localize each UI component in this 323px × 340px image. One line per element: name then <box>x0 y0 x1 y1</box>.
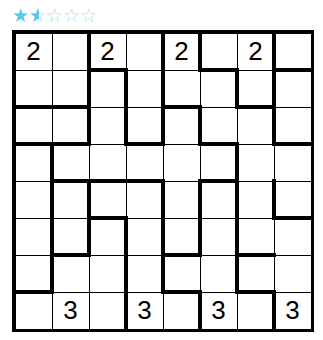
wall-v-c4c5-r7 <box>198 290 202 331</box>
cell-r2c1[interactable] <box>52 107 89 144</box>
wall-h-r2r3-c7 <box>272 142 313 146</box>
wall-v-c1c2-r5 <box>87 216 91 257</box>
wall-v-c5c6-r4 <box>235 179 239 220</box>
wall-h-r0r1-c5 <box>198 68 239 72</box>
cell-r3c6[interactable] <box>237 144 274 181</box>
wall-v-c1c2-r4 <box>87 179 91 220</box>
wall-v-c5c6-r5 <box>235 216 239 257</box>
cell-r6c3[interactable] <box>126 255 163 292</box>
cell-r4c5[interactable] <box>200 181 237 218</box>
wall-v-c2c3-r2 <box>124 105 128 146</box>
wall-h-r4r5-c2 <box>87 216 128 220</box>
cell-r6c6[interactable] <box>237 255 274 292</box>
cell-r3c3[interactable] <box>126 144 163 181</box>
wall-v-c5c6-r3 <box>235 142 239 183</box>
empty-star-icon: ☆ <box>63 4 80 26</box>
cell-r0c7[interactable] <box>274 33 311 70</box>
wall-v-c4c5-r5 <box>198 216 202 257</box>
wall-v-c3c4-r4 <box>161 179 165 220</box>
cell-r4c1[interactable] <box>52 181 89 218</box>
cell-r1c0[interactable] <box>15 70 52 107</box>
wall-h-r1r2-c1 <box>50 105 91 109</box>
wall-v-c6c7-r1 <box>272 68 276 109</box>
cell-r2c6[interactable] <box>237 107 274 144</box>
wall-v-c1c2-r1 <box>87 68 91 109</box>
wall-h-r1r2-c4 <box>161 105 202 109</box>
wall-v-c4c5-r2 <box>198 105 202 146</box>
cell-r2c2[interactable] <box>89 107 126 144</box>
cell-r3c4[interactable] <box>163 144 200 181</box>
cell-r5c0[interactable] <box>15 218 52 255</box>
cell-r0c1[interactable] <box>52 33 89 70</box>
cell-r3c1[interactable] <box>52 144 89 181</box>
wall-h-r3r4-c5 <box>198 179 239 183</box>
cell-r1c3[interactable] <box>126 70 163 107</box>
cell-r7c5-clue[interactable]: 3 <box>200 292 237 329</box>
wall-h-r5r6-c6 <box>235 253 276 257</box>
cell-r2c4[interactable] <box>163 107 200 144</box>
cell-r4c3[interactable] <box>126 181 163 218</box>
cell-r7c0[interactable] <box>15 292 52 329</box>
empty-star-icon: ☆ <box>46 4 63 26</box>
cell-r3c7[interactable] <box>274 144 311 181</box>
wall-v-c6c7-r4 <box>272 179 276 220</box>
wall-h-r2r3-c5 <box>198 142 239 146</box>
cell-r7c6[interactable] <box>237 292 274 329</box>
wall-v-c0c1-r5 <box>50 216 54 257</box>
wall-v-c6c7-r2 <box>272 105 276 146</box>
cell-r6c7[interactable] <box>274 255 311 292</box>
wall-h-r2r3-c1 <box>50 142 91 146</box>
cell-r6c4[interactable] <box>163 255 200 292</box>
wall-v-c3c4-r6 <box>161 253 165 294</box>
half-star-icon: ☆★ <box>29 4 46 26</box>
empty-star-icon: ☆ <box>80 4 97 26</box>
wall-h-r6r7-c0 <box>13 290 54 294</box>
cell-r7c3-clue[interactable]: 3 <box>126 292 163 329</box>
cell-r0c2-clue[interactable]: 2 <box>89 33 126 70</box>
cell-r1c2[interactable] <box>89 70 126 107</box>
cell-r4c7[interactable] <box>274 181 311 218</box>
wall-v-c2c3-r5 <box>124 216 128 257</box>
wall-h-r6r7-c6 <box>235 290 276 294</box>
wall-h-r0r1-c7 <box>272 68 313 72</box>
wall-v-c5c6-r6 <box>235 253 239 294</box>
wall-v-c3c4-r1 <box>161 68 165 109</box>
cell-r6c0[interactable] <box>15 255 52 292</box>
cell-r2c5[interactable] <box>200 107 237 144</box>
cell-r5c5[interactable] <box>200 218 237 255</box>
cell-r5c6[interactable] <box>237 218 274 255</box>
cell-r4c0[interactable] <box>15 181 52 218</box>
wall-h-r1r2-c0 <box>13 105 54 109</box>
cell-r6c2[interactable] <box>89 255 126 292</box>
wall-v-c2c3-r1 <box>124 68 128 109</box>
cell-r6c1[interactable] <box>52 255 89 292</box>
wall-h-r6r7-c4 <box>161 290 202 294</box>
wall-v-c5c6-r1 <box>235 68 239 109</box>
wall-h-r3r4-c1 <box>50 179 91 183</box>
cell-r1c6[interactable] <box>237 70 274 107</box>
cell-r1c7[interactable] <box>274 70 311 107</box>
cell-r1c1[interactable] <box>52 70 89 107</box>
cell-r0c0-clue[interactable]: 2 <box>15 33 52 70</box>
wall-v-c1c2-r2 <box>87 105 91 146</box>
wall-v-c1c2-r0 <box>87 31 91 72</box>
wall-h-r1r2-c6 <box>235 105 276 109</box>
cell-r5c4[interactable] <box>163 218 200 255</box>
wall-v-c3c4-r0 <box>161 31 165 72</box>
cell-r3c2[interactable] <box>89 144 126 181</box>
wall-v-c0c1-r6 <box>50 253 54 294</box>
wall-h-r2r3-c0 <box>13 142 54 146</box>
cell-r4c6[interactable] <box>237 181 274 218</box>
wall-v-c6c7-r7 <box>272 290 276 331</box>
cell-r0c4-clue[interactable]: 2 <box>163 33 200 70</box>
wall-h-r5r6-c1 <box>50 253 91 257</box>
cell-r7c1-clue[interactable]: 3 <box>52 292 89 329</box>
wall-v-c2c3-r7 <box>124 290 128 331</box>
cell-r5c3[interactable] <box>126 218 163 255</box>
cell-r4c4[interactable] <box>163 181 200 218</box>
cell-r7c2[interactable] <box>89 292 126 329</box>
cell-r1c4[interactable] <box>163 70 200 107</box>
cell-r2c0[interactable] <box>15 107 52 144</box>
wall-v-c4c5-r0 <box>198 31 202 72</box>
cell-r0c6-clue[interactable]: 2 <box>237 33 274 70</box>
cell-r2c7[interactable] <box>274 107 311 144</box>
wall-h-r0r1-c2 <box>87 68 128 72</box>
cell-r4c2[interactable] <box>89 181 126 218</box>
cell-r0c3[interactable] <box>126 33 163 70</box>
cell-r5c1[interactable] <box>52 218 89 255</box>
cell-r5c2[interactable] <box>89 218 126 255</box>
cell-r6c5[interactable] <box>200 255 237 292</box>
wall-v-c2c3-r6 <box>124 253 128 294</box>
cell-r0c5[interactable] <box>200 33 237 70</box>
wall-h-r3r4-c2 <box>87 179 128 183</box>
cell-r7c4[interactable] <box>163 292 200 329</box>
wall-v-c4c5-r4 <box>198 179 202 220</box>
wall-v-c6c7-r0 <box>272 31 276 72</box>
wall-v-c3c4-r2 <box>161 105 165 146</box>
cell-r1c5[interactable] <box>200 70 237 107</box>
wall-v-c0c1-r3 <box>50 142 54 183</box>
cell-r3c5[interactable] <box>200 144 237 181</box>
cell-r7c7-clue[interactable]: 3 <box>274 292 311 329</box>
wall-h-r2r3-c3 <box>124 142 165 146</box>
wall-v-c3c4-r5 <box>161 216 165 257</box>
puzzle-grid: 22223333 <box>12 30 314 332</box>
wall-h-r3r4-c3 <box>124 179 165 183</box>
wall-h-r5r6-c4 <box>161 253 202 257</box>
difficulty-rating: ★☆★☆☆☆ <box>12 4 97 26</box>
filled-star-icon: ★ <box>12 4 29 26</box>
wall-v-c0c1-r4 <box>50 179 54 220</box>
cell-r5c7[interactable] <box>274 218 311 255</box>
cell-r2c3[interactable] <box>126 107 163 144</box>
wall-h-r4r5-c7 <box>272 216 313 220</box>
cell-r3c0[interactable] <box>15 144 52 181</box>
